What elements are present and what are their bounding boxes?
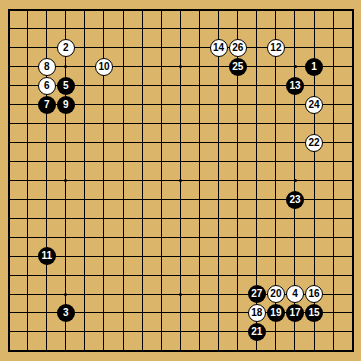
intersection-cell[interactable] — [75, 95, 94, 114]
intersection-cell[interactable] — [285, 133, 304, 152]
intersection-cell[interactable] — [324, 190, 343, 209]
intersection-cell[interactable] — [343, 1, 361, 20]
intersection-cell[interactable] — [324, 38, 343, 57]
intersection-cell[interactable] — [37, 38, 56, 57]
intersection-cell[interactable] — [304, 247, 323, 266]
intersection-cell[interactable] — [152, 247, 171, 266]
intersection-cell[interactable] — [324, 171, 343, 190]
intersection-cell[interactable] — [37, 1, 56, 20]
intersection-cell[interactable] — [228, 152, 247, 171]
intersection-cell[interactable] — [94, 38, 113, 57]
intersection-cell[interactable] — [209, 266, 228, 285]
intersection-cell[interactable] — [209, 322, 228, 341]
intersection-cell[interactable] — [266, 266, 285, 285]
intersection-cell[interactable] — [75, 228, 94, 247]
intersection-cell[interactable] — [266, 322, 285, 341]
intersection-cell[interactable] — [152, 38, 171, 57]
intersection-cell[interactable] — [247, 171, 266, 190]
intersection-cell[interactable] — [304, 1, 323, 20]
intersection-cell[interactable] — [18, 228, 37, 247]
intersection-cell[interactable] — [75, 266, 94, 285]
intersection-cell[interactable] — [114, 247, 133, 266]
intersection-cell[interactable] — [0, 95, 18, 114]
intersection-cell[interactable] — [228, 114, 247, 133]
intersection-cell[interactable] — [266, 209, 285, 228]
intersection-cell[interactable] — [190, 1, 209, 20]
intersection-cell[interactable] — [285, 95, 304, 114]
intersection-cell[interactable] — [304, 19, 323, 38]
intersection-cell[interactable] — [133, 190, 152, 209]
intersection-cell[interactable] — [133, 247, 152, 266]
intersection-cell[interactable] — [94, 247, 113, 266]
intersection-cell[interactable] — [304, 228, 323, 247]
intersection-cell[interactable] — [114, 114, 133, 133]
intersection-cell[interactable] — [18, 209, 37, 228]
intersection-cell[interactable] — [133, 171, 152, 190]
intersection-cell[interactable] — [114, 266, 133, 285]
intersection-cell[interactable] — [343, 190, 361, 209]
intersection-cell[interactable] — [0, 133, 18, 152]
intersection-cell[interactable] — [343, 171, 361, 190]
intersection-cell[interactable] — [324, 304, 343, 323]
intersection-cell[interactable] — [190, 114, 209, 133]
intersection-cell[interactable] — [94, 341, 113, 360]
intersection-cell[interactable] — [37, 19, 56, 38]
intersection-cell[interactable] — [209, 1, 228, 20]
intersection-cell[interactable] — [190, 95, 209, 114]
intersection-cell[interactable] — [0, 322, 18, 341]
intersection-cell[interactable] — [114, 152, 133, 171]
intersection-cell[interactable] — [324, 95, 343, 114]
intersection-cell[interactable] — [152, 190, 171, 209]
intersection-cell[interactable] — [75, 57, 94, 76]
intersection-cell[interactable] — [0, 304, 18, 323]
intersection-cell[interactable] — [37, 171, 56, 190]
intersection-cell[interactable] — [18, 1, 37, 20]
intersection-cell[interactable] — [152, 114, 171, 133]
intersection-cell[interactable] — [171, 322, 190, 341]
intersection-cell[interactable] — [209, 19, 228, 38]
intersection-cell[interactable] — [171, 247, 190, 266]
intersection-cell[interactable] — [343, 95, 361, 114]
intersection-cell[interactable] — [114, 322, 133, 341]
intersection-cell[interactable] — [75, 38, 94, 57]
intersection-cell[interactable] — [133, 57, 152, 76]
intersection-cell[interactable] — [190, 228, 209, 247]
intersection-cell[interactable] — [114, 341, 133, 360]
intersection-cell[interactable] — [75, 114, 94, 133]
intersection-cell[interactable] — [18, 304, 37, 323]
intersection-cell[interactable] — [114, 1, 133, 20]
intersection-cell[interactable] — [171, 95, 190, 114]
intersection-cell[interactable] — [343, 38, 361, 57]
intersection-cell[interactable] — [285, 1, 304, 20]
intersection-cell[interactable] — [0, 76, 18, 95]
intersection-cell[interactable] — [343, 285, 361, 304]
intersection-cell[interactable] — [18, 247, 37, 266]
intersection-cell[interactable] — [133, 1, 152, 20]
intersection-cell[interactable] — [0, 1, 18, 20]
intersection-cell[interactable] — [304, 266, 323, 285]
intersection-cell[interactable] — [56, 133, 75, 152]
intersection-cell[interactable] — [266, 171, 285, 190]
intersection-cell[interactable] — [75, 190, 94, 209]
intersection-cell[interactable] — [114, 19, 133, 38]
intersection-cell[interactable] — [190, 209, 209, 228]
intersection-cell[interactable] — [324, 133, 343, 152]
intersection-cell[interactable] — [324, 152, 343, 171]
intersection-cell[interactable] — [18, 133, 37, 152]
intersection-cell[interactable] — [343, 76, 361, 95]
intersection-cell[interactable] — [209, 152, 228, 171]
intersection-cell[interactable] — [75, 152, 94, 171]
intersection-cell[interactable] — [247, 133, 266, 152]
intersection-cell[interactable] — [0, 247, 18, 266]
intersection-cell[interactable] — [209, 190, 228, 209]
intersection-cell[interactable] — [37, 304, 56, 323]
intersection-cell[interactable] — [190, 285, 209, 304]
intersection-cell[interactable] — [343, 209, 361, 228]
intersection-cell[interactable] — [209, 171, 228, 190]
intersection-cell[interactable] — [18, 38, 37, 57]
intersection-cell[interactable] — [133, 341, 152, 360]
intersection-cell[interactable] — [343, 114, 361, 133]
intersection-cell[interactable] — [304, 190, 323, 209]
intersection-cell[interactable] — [152, 19, 171, 38]
intersection-cell[interactable] — [37, 133, 56, 152]
intersection-cell[interactable] — [94, 95, 113, 114]
intersection-cell[interactable] — [171, 19, 190, 38]
intersection-cell[interactable] — [171, 341, 190, 360]
intersection-cell[interactable] — [152, 1, 171, 20]
intersection-cell[interactable] — [247, 228, 266, 247]
intersection-cell[interactable] — [133, 19, 152, 38]
intersection-cell[interactable] — [247, 1, 266, 20]
intersection-cell[interactable] — [324, 285, 343, 304]
intersection-cell[interactable] — [114, 38, 133, 57]
intersection-cell[interactable] — [133, 38, 152, 57]
intersection-cell[interactable] — [266, 133, 285, 152]
intersection-cell[interactable] — [266, 190, 285, 209]
intersection-cell[interactable] — [37, 114, 56, 133]
intersection-cell[interactable] — [228, 228, 247, 247]
intersection-cell[interactable] — [228, 304, 247, 323]
intersection-cell[interactable] — [18, 341, 37, 360]
intersection-cell[interactable] — [228, 285, 247, 304]
intersection-cell[interactable] — [171, 76, 190, 95]
intersection-cell[interactable] — [152, 209, 171, 228]
intersection-cell[interactable] — [343, 133, 361, 152]
intersection-cell[interactable] — [152, 76, 171, 95]
intersection-cell[interactable] — [343, 322, 361, 341]
intersection-cell[interactable] — [343, 228, 361, 247]
intersection-cell[interactable] — [0, 152, 18, 171]
intersection-cell[interactable] — [190, 76, 209, 95]
intersection-cell[interactable] — [266, 341, 285, 360]
intersection-cell[interactable] — [0, 341, 18, 360]
intersection-cell[interactable] — [75, 322, 94, 341]
intersection-cell[interactable] — [133, 228, 152, 247]
intersection-cell[interactable] — [114, 285, 133, 304]
intersection-cell[interactable] — [171, 133, 190, 152]
intersection-cell[interactable] — [171, 1, 190, 20]
intersection-cell[interactable] — [343, 19, 361, 38]
intersection-cell[interactable] — [0, 228, 18, 247]
intersection-cell[interactable] — [304, 38, 323, 57]
intersection-cell[interactable] — [190, 152, 209, 171]
intersection-cell[interactable] — [324, 76, 343, 95]
intersection-cell[interactable] — [228, 209, 247, 228]
intersection-cell[interactable] — [114, 76, 133, 95]
intersection-cell[interactable] — [133, 209, 152, 228]
intersection-cell[interactable] — [209, 76, 228, 95]
intersection-cell[interactable] — [285, 228, 304, 247]
intersection-cell[interactable] — [94, 322, 113, 341]
intersection-cell[interactable] — [285, 247, 304, 266]
intersection-cell[interactable] — [94, 171, 113, 190]
intersection-cell[interactable] — [228, 247, 247, 266]
intersection-cell[interactable] — [190, 266, 209, 285]
intersection-cell[interactable] — [94, 152, 113, 171]
intersection-cell[interactable] — [228, 19, 247, 38]
intersection-cell[interactable] — [133, 95, 152, 114]
intersection-cell[interactable] — [228, 171, 247, 190]
intersection-cell[interactable] — [247, 247, 266, 266]
intersection-cell[interactable] — [343, 247, 361, 266]
intersection-cell[interactable] — [209, 341, 228, 360]
intersection-cell[interactable] — [228, 341, 247, 360]
intersection-cell[interactable] — [285, 341, 304, 360]
intersection-cell[interactable] — [56, 266, 75, 285]
intersection-cell[interactable] — [285, 266, 304, 285]
intersection-cell[interactable] — [209, 57, 228, 76]
intersection-cell[interactable] — [209, 209, 228, 228]
intersection-cell[interactable] — [152, 171, 171, 190]
intersection-cell[interactable] — [228, 76, 247, 95]
intersection-cell[interactable] — [228, 95, 247, 114]
intersection-cell[interactable] — [285, 38, 304, 57]
intersection-cell[interactable] — [247, 152, 266, 171]
intersection-cell[interactable] — [266, 247, 285, 266]
intersection-cell[interactable] — [190, 322, 209, 341]
intersection-cell[interactable] — [285, 209, 304, 228]
intersection-cell[interactable] — [247, 190, 266, 209]
intersection-cell[interactable] — [324, 322, 343, 341]
intersection-cell[interactable] — [133, 114, 152, 133]
intersection-cell[interactable] — [18, 57, 37, 76]
intersection-cell[interactable] — [114, 171, 133, 190]
intersection-cell[interactable] — [114, 57, 133, 76]
intersection-cell[interactable] — [171, 190, 190, 209]
intersection-cell[interactable] — [114, 228, 133, 247]
intersection-cell[interactable] — [152, 95, 171, 114]
intersection-cell[interactable] — [56, 247, 75, 266]
intersection-cell[interactable] — [56, 19, 75, 38]
intersection-cell[interactable] — [37, 322, 56, 341]
intersection-cell[interactable] — [304, 114, 323, 133]
intersection-cell[interactable] — [56, 341, 75, 360]
intersection-cell[interactable] — [37, 152, 56, 171]
intersection-cell[interactable] — [266, 152, 285, 171]
intersection-cell[interactable] — [247, 341, 266, 360]
intersection-cell[interactable] — [94, 209, 113, 228]
intersection-cell[interactable] — [94, 266, 113, 285]
intersection-cell[interactable] — [190, 38, 209, 57]
intersection-cell[interactable] — [171, 228, 190, 247]
intersection-cell[interactable] — [56, 322, 75, 341]
intersection-cell[interactable] — [152, 152, 171, 171]
intersection-cell[interactable] — [56, 190, 75, 209]
intersection-cell[interactable] — [343, 152, 361, 171]
intersection-cell[interactable] — [114, 209, 133, 228]
intersection-cell[interactable] — [133, 322, 152, 341]
intersection-cell[interactable] — [0, 114, 18, 133]
intersection-cell[interactable] — [343, 304, 361, 323]
intersection-cell[interactable] — [18, 322, 37, 341]
intersection-cell[interactable] — [324, 57, 343, 76]
intersection-cell[interactable] — [152, 304, 171, 323]
intersection-cell[interactable] — [18, 19, 37, 38]
intersection-cell[interactable] — [0, 209, 18, 228]
intersection-cell[interactable] — [94, 228, 113, 247]
intersection-cell[interactable] — [266, 95, 285, 114]
intersection-cell[interactable] — [75, 304, 94, 323]
intersection-cell[interactable] — [324, 228, 343, 247]
intersection-cell[interactable] — [247, 76, 266, 95]
intersection-cell[interactable] — [209, 133, 228, 152]
intersection-cell[interactable] — [75, 285, 94, 304]
intersection-cell[interactable] — [190, 19, 209, 38]
intersection-cell[interactable] — [247, 114, 266, 133]
intersection-cell[interactable] — [190, 171, 209, 190]
intersection-cell[interactable] — [152, 57, 171, 76]
intersection-cell[interactable] — [228, 266, 247, 285]
intersection-cell[interactable] — [56, 228, 75, 247]
intersection-cell[interactable] — [343, 57, 361, 76]
intersection-cell[interactable] — [75, 209, 94, 228]
intersection-cell[interactable] — [171, 38, 190, 57]
intersection-cell[interactable] — [114, 304, 133, 323]
intersection-cell[interactable] — [190, 133, 209, 152]
intersection-cell[interactable] — [0, 171, 18, 190]
intersection-cell[interactable] — [37, 209, 56, 228]
intersection-cell[interactable] — [324, 209, 343, 228]
intersection-cell[interactable] — [324, 114, 343, 133]
intersection-cell[interactable] — [324, 19, 343, 38]
intersection-cell[interactable] — [114, 95, 133, 114]
intersection-cell[interactable] — [152, 266, 171, 285]
intersection-cell[interactable] — [75, 19, 94, 38]
intersection-cell[interactable] — [209, 95, 228, 114]
intersection-cell[interactable] — [247, 57, 266, 76]
intersection-cell[interactable] — [304, 209, 323, 228]
intersection-cell[interactable] — [266, 114, 285, 133]
intersection-cell[interactable] — [343, 266, 361, 285]
intersection-cell[interactable] — [247, 19, 266, 38]
intersection-cell[interactable] — [94, 114, 113, 133]
intersection-cell[interactable] — [75, 133, 94, 152]
intersection-cell[interactable] — [266, 19, 285, 38]
intersection-cell[interactable] — [304, 322, 323, 341]
intersection-cell[interactable] — [285, 152, 304, 171]
go-board[interactable]: 1234567891011121314151617181920212223242… — [0, 0, 361, 361]
intersection-cell[interactable] — [190, 57, 209, 76]
intersection-cell[interactable] — [133, 76, 152, 95]
intersection-cell[interactable] — [18, 171, 37, 190]
intersection-cell[interactable] — [190, 304, 209, 323]
intersection-cell[interactable] — [266, 76, 285, 95]
intersection-cell[interactable] — [171, 114, 190, 133]
intersection-cell[interactable] — [228, 1, 247, 20]
intersection-cell[interactable] — [18, 190, 37, 209]
intersection-cell[interactable] — [0, 190, 18, 209]
intersection-cell[interactable] — [0, 38, 18, 57]
intersection-cell[interactable] — [324, 1, 343, 20]
intersection-cell[interactable] — [209, 228, 228, 247]
intersection-cell[interactable] — [266, 1, 285, 20]
intersection-cell[interactable] — [94, 285, 113, 304]
intersection-cell[interactable] — [37, 228, 56, 247]
intersection-cell[interactable] — [247, 38, 266, 57]
intersection-cell[interactable] — [324, 341, 343, 360]
intersection-cell[interactable] — [133, 304, 152, 323]
intersection-cell[interactable] — [0, 266, 18, 285]
intersection-cell[interactable] — [285, 322, 304, 341]
intersection-cell[interactable] — [75, 171, 94, 190]
intersection-cell[interactable] — [152, 341, 171, 360]
intersection-cell[interactable] — [18, 285, 37, 304]
intersection-cell[interactable] — [304, 76, 323, 95]
intersection-cell[interactable] — [171, 209, 190, 228]
intersection-cell[interactable] — [18, 95, 37, 114]
intersection-cell[interactable] — [152, 228, 171, 247]
intersection-cell[interactable] — [56, 152, 75, 171]
intersection-cell[interactable] — [56, 1, 75, 20]
intersection-cell[interactable] — [171, 266, 190, 285]
intersection-cell[interactable] — [209, 114, 228, 133]
intersection-cell[interactable] — [18, 76, 37, 95]
intersection-cell[interactable] — [304, 152, 323, 171]
intersection-cell[interactable] — [171, 152, 190, 171]
intersection-cell[interactable] — [209, 304, 228, 323]
intersection-cell[interactable] — [37, 266, 56, 285]
intersection-cell[interactable] — [75, 341, 94, 360]
intersection-cell[interactable] — [94, 19, 113, 38]
intersection-cell[interactable] — [304, 171, 323, 190]
intersection-cell[interactable] — [285, 114, 304, 133]
intersection-cell[interactable] — [18, 266, 37, 285]
intersection-cell[interactable] — [324, 266, 343, 285]
intersection-cell[interactable] — [171, 304, 190, 323]
intersection-cell[interactable] — [133, 266, 152, 285]
intersection-cell[interactable] — [209, 247, 228, 266]
intersection-cell[interactable] — [285, 19, 304, 38]
intersection-cell[interactable] — [304, 341, 323, 360]
intersection-cell[interactable] — [247, 95, 266, 114]
intersection-cell[interactable] — [94, 190, 113, 209]
intersection-cell[interactable] — [75, 247, 94, 266]
intersection-cell[interactable] — [190, 190, 209, 209]
intersection-cell[interactable] — [228, 322, 247, 341]
intersection-cell[interactable] — [18, 114, 37, 133]
intersection-cell[interactable] — [247, 266, 266, 285]
intersection-cell[interactable] — [94, 133, 113, 152]
intersection-cell[interactable] — [152, 322, 171, 341]
intersection-cell[interactable] — [152, 133, 171, 152]
intersection-cell[interactable] — [266, 228, 285, 247]
intersection-cell[interactable] — [37, 190, 56, 209]
intersection-cell[interactable] — [56, 114, 75, 133]
